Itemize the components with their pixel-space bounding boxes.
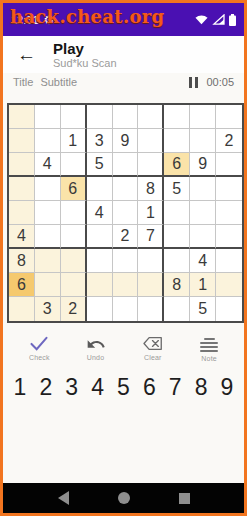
cell-r8c5[interactable]: [113, 273, 139, 297]
cell-r6c8[interactable]: [190, 225, 216, 249]
signal-icon: [212, 14, 225, 25]
cell-r3c9[interactable]: [216, 153, 242, 177]
nav-recents-icon[interactable]: [179, 493, 190, 504]
cell-r7c5[interactable]: [113, 249, 139, 273]
cell-r1c9[interactable]: [216, 105, 242, 129]
cell-r6c6[interactable]: 7: [138, 225, 164, 249]
clear-label: Clear: [144, 354, 162, 361]
cell-r1c7[interactable]: [164, 105, 190, 129]
nav-back-icon[interactable]: [58, 491, 69, 505]
cell-r8c4[interactable]: [87, 273, 113, 297]
page-subtitle: Sud*ku Scan: [53, 57, 117, 70]
numpad-7[interactable]: 7: [169, 374, 182, 401]
cell-r5c8[interactable]: [190, 201, 216, 225]
check-button[interactable]: Check: [29, 336, 50, 362]
cell-r1c8[interactable]: [190, 105, 216, 129]
undo-button[interactable]: Undo: [86, 336, 106, 362]
clear-button[interactable]: Clear: [141, 336, 164, 362]
cell-r3c1[interactable]: [9, 153, 35, 177]
note-button[interactable]: Note: [200, 336, 218, 362]
cell-r7c3[interactable]: [61, 249, 87, 273]
android-nav-bar: [3, 483, 244, 513]
cell-r6c4[interactable]: [87, 225, 113, 249]
cell-r9c3[interactable]: 2: [61, 297, 87, 321]
cell-r7c6[interactable]: [138, 249, 164, 273]
undo-icon: [86, 336, 106, 351]
watermark-text: hack.cheat.org: [10, 6, 164, 27]
cell-r2c2[interactable]: [35, 129, 61, 153]
cell-r6c1[interactable]: 4: [9, 225, 35, 249]
undo-label: Undo: [87, 354, 105, 361]
cell-r1c5[interactable]: [113, 105, 139, 129]
sudoku-board: 139245696854142784681325: [7, 103, 244, 323]
phone-screen: 12:31 ⚙ hack.cheat.org ← Play Sud*ku Sca…: [0, 0, 247, 516]
cell-r9c7[interactable]: [164, 297, 190, 321]
cell-r9c4[interactable]: [87, 297, 113, 321]
cell-r2c9[interactable]: 2: [216, 129, 242, 153]
cell-r7c9[interactable]: [216, 249, 242, 273]
cell-r7c8[interactable]: 4: [190, 249, 216, 273]
board-container: 139245696854142784681325: [7, 103, 240, 323]
cell-r9c2[interactable]: 3: [35, 297, 61, 321]
cell-r4c2[interactable]: [35, 177, 61, 201]
page-title: Play: [53, 40, 117, 57]
cell-r3c3[interactable]: [61, 153, 87, 177]
cell-r4c4[interactable]: [87, 177, 113, 201]
cell-r5c1[interactable]: [9, 201, 35, 225]
wifi-icon: [195, 14, 208, 25]
cell-r4c6[interactable]: 8: [138, 177, 164, 201]
cell-r5c4[interactable]: 4: [87, 201, 113, 225]
cell-r1c2[interactable]: [35, 105, 61, 129]
cell-r3c8[interactable]: 9: [190, 153, 216, 177]
cell-r9c6[interactable]: [138, 297, 164, 321]
cell-r7c1[interactable]: 8: [9, 249, 35, 273]
cell-r1c3[interactable]: [61, 105, 87, 129]
cell-r4c3[interactable]: 6: [61, 177, 87, 201]
cell-r5c9[interactable]: [216, 201, 242, 225]
cell-r6c2[interactable]: [35, 225, 61, 249]
cell-r6c3[interactable]: [61, 225, 87, 249]
numpad-6[interactable]: 6: [143, 374, 156, 401]
cell-r7c7[interactable]: [164, 249, 190, 273]
cell-r5c6[interactable]: 1: [138, 201, 164, 225]
numpad-4[interactable]: 4: [91, 374, 104, 401]
note-icon: [200, 336, 218, 352]
cell-r3c6[interactable]: [138, 153, 164, 177]
cell-r8c8[interactable]: 1: [190, 273, 216, 297]
numpad-1[interactable]: 1: [14, 374, 27, 401]
cell-r1c4[interactable]: [87, 105, 113, 129]
cell-r8c2[interactable]: [35, 273, 61, 297]
cell-r8c7[interactable]: 8: [164, 273, 190, 297]
cell-r7c2[interactable]: [35, 249, 61, 273]
cell-r3c5[interactable]: [113, 153, 139, 177]
note-label: Note: [201, 355, 217, 362]
numpad-3[interactable]: 3: [65, 374, 78, 401]
check-label: Check: [29, 354, 50, 361]
toolbar: Check Undo Clear Note: [3, 336, 244, 362]
cell-r2c6[interactable]: [138, 129, 164, 153]
cell-r1c1[interactable]: [9, 105, 35, 129]
info-row: Title Subtitle 00:05: [3, 73, 244, 90]
cell-r5c2[interactable]: [35, 201, 61, 225]
cell-r6c7[interactable]: [164, 225, 190, 249]
pause-icon[interactable]: [189, 77, 198, 88]
puzzle-subtitle-label: Subtitle: [40, 76, 77, 88]
cell-r2c3[interactable]: 1: [61, 129, 87, 153]
cell-r4c1[interactable]: [9, 177, 35, 201]
cell-r2c1[interactable]: [9, 129, 35, 153]
cell-r2c8[interactable]: [190, 129, 216, 153]
number-pad: 123456789: [3, 362, 244, 401]
check-icon: [29, 336, 49, 351]
cell-r6c5[interactable]: 2: [113, 225, 139, 249]
cell-r8c3[interactable]: [61, 273, 87, 297]
cell-r9c1[interactable]: [9, 297, 35, 321]
cell-r4c7[interactable]: 5: [164, 177, 190, 201]
nav-home-icon[interactable]: [118, 492, 130, 504]
numpad-8[interactable]: 8: [195, 374, 208, 401]
status-bar: 12:31 ⚙ hack.cheat.org: [3, 3, 244, 36]
cell-r5c7[interactable]: [164, 201, 190, 225]
cell-r3c2[interactable]: 4: [35, 153, 61, 177]
battery-icon: [229, 14, 236, 26]
cell-r5c5[interactable]: [113, 201, 139, 225]
numpad-9[interactable]: 9: [221, 374, 234, 401]
puzzle-title-label: Title: [13, 76, 33, 88]
cell-r6c9[interactable]: [216, 225, 242, 249]
cell-r8c1[interactable]: 6: [9, 273, 35, 297]
cell-r8c9[interactable]: [216, 273, 242, 297]
cell-r9c9[interactable]: [216, 297, 242, 321]
cell-r2c5[interactable]: 9: [113, 129, 139, 153]
cell-r4c5[interactable]: [113, 177, 139, 201]
cell-r2c4[interactable]: 3: [87, 129, 113, 153]
timer-value: 00:05: [206, 76, 234, 88]
back-arrow-icon[interactable]: ←: [17, 45, 36, 64]
cell-r2c7[interactable]: [164, 129, 190, 153]
cell-r8c6[interactable]: [138, 273, 164, 297]
cell-r9c5[interactable]: [113, 297, 139, 321]
numpad-2[interactable]: 2: [39, 374, 52, 401]
numpad-5[interactable]: 5: [117, 374, 130, 401]
backspace-icon: [141, 336, 164, 351]
cell-r5c3[interactable]: [61, 201, 87, 225]
cell-r9c8[interactable]: 5: [190, 297, 216, 321]
cell-r3c7[interactable]: 6: [164, 153, 190, 177]
cell-r3c4[interactable]: 5: [87, 153, 113, 177]
cell-r4c9[interactable]: [216, 177, 242, 201]
cell-r7c4[interactable]: [87, 249, 113, 273]
cell-r4c8[interactable]: [190, 177, 216, 201]
app-bar: ← Play Sud*ku Scan: [3, 36, 244, 73]
cell-r1c6[interactable]: [138, 105, 164, 129]
